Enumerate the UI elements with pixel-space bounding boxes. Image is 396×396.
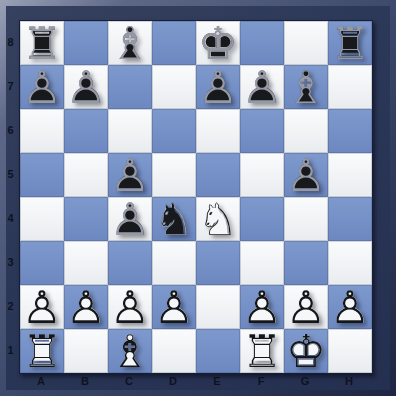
square-d3[interactable] — [152, 241, 196, 285]
white-rook-detail-lines: ♖ — [240, 329, 284, 373]
file-label-g: G — [283, 374, 327, 389]
white-pawn[interactable]: ♟♙ — [152, 285, 196, 329]
square-c8[interactable]: ♝♗ — [108, 21, 152, 65]
black-pawn-detail-lines: ♙ — [196, 65, 240, 109]
black-pawn-detail-lines: ♙ — [240, 65, 284, 109]
black-bishop-detail-lines: ♗ — [284, 65, 328, 109]
black-pawn[interactable]: ♟♙ — [108, 197, 152, 241]
black-pawn[interactable]: ♟♙ — [196, 65, 240, 109]
white-pawn[interactable]: ♟♙ — [328, 285, 372, 329]
rank-label-1: 1 — [4, 328, 17, 372]
white-pawn-detail-lines: ♙ — [20, 285, 64, 329]
rank-label-2: 2 — [4, 284, 17, 328]
white-pawn-detail-lines: ♙ — [108, 285, 152, 329]
square-d2[interactable]: ♟♙ — [152, 285, 196, 329]
white-rook[interactable]: ♜♖ — [20, 329, 64, 373]
black-pawn-detail-lines: ♙ — [108, 153, 152, 197]
black-rook-detail-lines: ♖ — [20, 21, 64, 65]
square-f2[interactable]: ♟♙ — [240, 285, 284, 329]
white-bishop-detail-lines: ♗ — [108, 329, 152, 373]
square-b8[interactable] — [64, 21, 108, 65]
rank-label-4: 4 — [4, 196, 17, 240]
square-c4[interactable]: ♟♙ — [108, 197, 152, 241]
white-pawn-detail-lines: ♙ — [152, 285, 196, 329]
square-e1[interactable] — [196, 329, 240, 373]
white-rook-detail-lines: ♖ — [20, 329, 64, 373]
black-pawn-detail-lines: ♙ — [284, 153, 328, 197]
square-f7[interactable]: ♟♙ — [240, 65, 284, 109]
black-pawn[interactable]: ♟♙ — [108, 153, 152, 197]
file-label-b: B — [63, 374, 107, 389]
square-g1[interactable]: ♚♔ — [284, 329, 328, 373]
square-b5[interactable] — [64, 153, 108, 197]
square-g6[interactable] — [284, 109, 328, 153]
file-label-e: E — [195, 374, 239, 389]
square-h8[interactable]: ♜♖ — [328, 21, 372, 65]
square-g5[interactable]: ♟♙ — [284, 153, 328, 197]
square-a5[interactable] — [20, 153, 64, 197]
black-bishop-detail-lines: ♗ — [108, 21, 152, 65]
rank-label-8: 8 — [4, 20, 17, 64]
square-f1[interactable]: ♜♖ — [240, 329, 284, 373]
square-c7[interactable] — [108, 65, 152, 109]
file-label-f: F — [239, 374, 283, 389]
square-c1[interactable]: ♝♗ — [108, 329, 152, 373]
white-knight[interactable]: ♞♘ — [196, 197, 240, 241]
square-h5[interactable] — [328, 153, 372, 197]
black-pawn-detail-lines: ♙ — [64, 65, 108, 109]
black-knight[interactable]: ♞♘ — [152, 197, 196, 241]
black-bishop[interactable]: ♝♗ — [284, 65, 328, 109]
square-b4[interactable] — [64, 197, 108, 241]
white-pawn[interactable]: ♟♙ — [20, 285, 64, 329]
square-b3[interactable] — [64, 241, 108, 285]
square-g7[interactable]: ♝♗ — [284, 65, 328, 109]
square-a8[interactable]: ♜♖ — [20, 21, 64, 65]
square-e6[interactable] — [196, 109, 240, 153]
square-h6[interactable] — [328, 109, 372, 153]
square-e2[interactable] — [196, 285, 240, 329]
black-king[interactable]: ♚♔ — [196, 21, 240, 65]
square-e3[interactable] — [196, 241, 240, 285]
square-e7[interactable]: ♟♙ — [196, 65, 240, 109]
square-d5[interactable] — [152, 153, 196, 197]
square-c5[interactable]: ♟♙ — [108, 153, 152, 197]
square-b1[interactable] — [64, 329, 108, 373]
white-king-detail-lines: ♔ — [284, 329, 328, 373]
black-pawn[interactable]: ♟♙ — [284, 153, 328, 197]
square-h1[interactable] — [328, 329, 372, 373]
white-rook[interactable]: ♜♖ — [240, 329, 284, 373]
white-pawn[interactable]: ♟♙ — [284, 285, 328, 329]
white-pawn[interactable]: ♟♙ — [64, 285, 108, 329]
square-h4[interactable] — [328, 197, 372, 241]
black-bishop[interactable]: ♝♗ — [108, 21, 152, 65]
square-a2[interactable]: ♟♙ — [20, 285, 64, 329]
white-pawn[interactable]: ♟♙ — [108, 285, 152, 329]
square-d1[interactable] — [152, 329, 196, 373]
square-e5[interactable] — [196, 153, 240, 197]
square-c6[interactable] — [108, 109, 152, 153]
square-g3[interactable] — [284, 241, 328, 285]
square-g4[interactable] — [284, 197, 328, 241]
square-h2[interactable]: ♟♙ — [328, 285, 372, 329]
square-f5[interactable] — [240, 153, 284, 197]
square-a4[interactable] — [20, 197, 64, 241]
square-d8[interactable] — [152, 21, 196, 65]
white-pawn-detail-lines: ♙ — [284, 285, 328, 329]
square-e4[interactable]: ♞♘ — [196, 197, 240, 241]
square-f4[interactable] — [240, 197, 284, 241]
square-h3[interactable] — [328, 241, 372, 285]
square-f8[interactable] — [240, 21, 284, 65]
square-d6[interactable] — [152, 109, 196, 153]
rank-label-5: 5 — [4, 152, 17, 196]
file-label-c: C — [107, 374, 151, 389]
black-pawn-detail-lines: ♙ — [108, 197, 152, 241]
white-bishop[interactable]: ♝♗ — [108, 329, 152, 373]
file-label-d: D — [151, 374, 195, 389]
square-c3[interactable] — [108, 241, 152, 285]
black-pawn[interactable]: ♟♙ — [240, 65, 284, 109]
square-b2[interactable]: ♟♙ — [64, 285, 108, 329]
black-rook[interactable]: ♜♖ — [20, 21, 64, 65]
square-e8[interactable]: ♚♔ — [196, 21, 240, 65]
square-a3[interactable] — [20, 241, 64, 285]
black-pawn-detail-lines: ♙ — [20, 65, 64, 109]
file-label-a: A — [19, 374, 63, 389]
square-g8[interactable] — [284, 21, 328, 65]
square-f3[interactable] — [240, 241, 284, 285]
square-a1[interactable]: ♜♖ — [20, 329, 64, 373]
black-pawn[interactable]: ♟♙ — [64, 65, 108, 109]
rank-label-7: 7 — [4, 64, 17, 108]
square-h7[interactable] — [328, 65, 372, 109]
white-pawn-detail-lines: ♙ — [328, 285, 372, 329]
white-pawn-detail-lines: ♙ — [240, 285, 284, 329]
square-a7[interactable]: ♟♙ — [20, 65, 64, 109]
black-rook[interactable]: ♜♖ — [328, 21, 372, 65]
file-label-h: H — [327, 374, 371, 389]
rank-label-6: 6 — [4, 108, 17, 152]
white-pawn[interactable]: ♟♙ — [240, 285, 284, 329]
square-c2[interactable]: ♟♙ — [108, 285, 152, 329]
black-rook-detail-lines: ♖ — [328, 21, 372, 65]
square-f6[interactable] — [240, 109, 284, 153]
white-king[interactable]: ♚♔ — [284, 329, 328, 373]
rank-label-3: 3 — [4, 240, 17, 284]
black-king-detail-lines: ♔ — [196, 21, 240, 65]
square-d4[interactable]: ♞♘ — [152, 197, 196, 241]
chess-board: ♜♖♝♗♚♔♜♖♟♙♟♙♟♙♟♙♝♗♟♙♟♙♟♙♞♘♞♘♟♙♟♙♟♙♟♙♟♙♟♙… — [19, 20, 373, 374]
white-knight-detail-lines: ♘ — [196, 197, 240, 241]
square-d7[interactable] — [152, 65, 196, 109]
square-b6[interactable] — [64, 109, 108, 153]
square-b7[interactable]: ♟♙ — [64, 65, 108, 109]
black-knight-detail-lines: ♘ — [152, 197, 196, 241]
black-pawn[interactable]: ♟♙ — [20, 65, 64, 109]
square-a6[interactable] — [20, 109, 64, 153]
square-g2[interactable]: ♟♙ — [284, 285, 328, 329]
white-pawn-detail-lines: ♙ — [64, 285, 108, 329]
chess-board-window: ♜♖♝♗♚♔♜♖♟♙♟♙♟♙♟♙♝♗♟♙♟♙♟♙♞♘♞♘♟♙♟♙♟♙♟♙♟♙♟♙… — [0, 0, 396, 396]
